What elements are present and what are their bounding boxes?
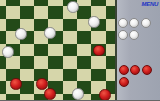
board-square-light <box>34 56 48 69</box>
board-square-light <box>106 69 115 82</box>
board-square-dark[interactable] <box>63 44 77 57</box>
board-square-light <box>106 19 115 32</box>
menu-button[interactable]: MENU <box>142 1 158 7</box>
captured-white-piece <box>118 30 128 40</box>
board-square-dark[interactable] <box>77 31 91 44</box>
white-piece[interactable] <box>15 28 27 40</box>
board-square-dark[interactable] <box>77 56 91 69</box>
red-piece[interactable] <box>99 89 111 100</box>
white-piece[interactable] <box>44 27 56 39</box>
captured-white-piece <box>118 18 128 28</box>
board-square-dark[interactable] <box>48 56 62 69</box>
board-square-light <box>63 31 77 44</box>
captured-red-piece <box>119 77 129 87</box>
board-square-light <box>106 44 115 57</box>
captured-white-piece <box>129 18 139 28</box>
red-piece[interactable] <box>10 78 22 90</box>
white-piece[interactable] <box>88 16 100 28</box>
board-square-light <box>20 44 34 57</box>
board-square-dark[interactable] <box>48 6 62 19</box>
board-square-light <box>48 69 62 82</box>
white-piece[interactable] <box>72 88 84 100</box>
board-square-light <box>77 44 91 57</box>
red-piece[interactable] <box>93 45 105 57</box>
board-square-dark[interactable] <box>20 6 34 19</box>
captured-red-piece <box>142 65 152 75</box>
board-square-dark[interactable] <box>106 6 115 19</box>
board-square-light <box>6 6 20 19</box>
board-square-light <box>48 44 62 57</box>
board-square-light <box>63 56 77 69</box>
board-square-dark[interactable] <box>106 56 115 69</box>
red-piece[interactable] <box>44 88 56 100</box>
board-square-dark[interactable] <box>63 69 77 82</box>
board-square-light <box>77 69 91 82</box>
board-square-light <box>91 56 105 69</box>
white-piece[interactable] <box>2 46 14 58</box>
board-square-light <box>20 69 34 82</box>
board-square-dark[interactable] <box>91 69 105 82</box>
board-square-dark[interactable] <box>20 81 34 94</box>
captured-white-piece <box>129 30 139 40</box>
board-square-light <box>91 31 105 44</box>
game-screen: MENU <box>0 0 160 100</box>
captured-white-piece <box>141 18 151 28</box>
board-square-light <box>6 56 20 69</box>
captured-red-piece <box>119 65 129 75</box>
white-piece[interactable] <box>67 1 79 13</box>
board-square-dark[interactable] <box>34 44 48 57</box>
board-square-dark[interactable] <box>6 94 20 101</box>
board-square-light <box>20 94 34 101</box>
board-square-dark[interactable] <box>20 56 34 69</box>
captured-red-piece <box>130 65 140 75</box>
board-square-light <box>34 6 48 19</box>
board-square-dark[interactable] <box>63 19 77 32</box>
board-square-dark[interactable] <box>106 31 115 44</box>
